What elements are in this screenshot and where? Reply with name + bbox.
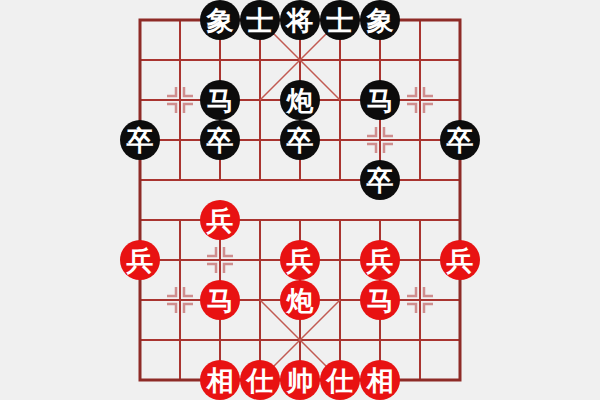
piece-black-soldier[interactable]: 卒 [360,160,400,200]
piece-black-soldier[interactable]: 卒 [200,120,240,160]
piece-red-elephant[interactable]: 相 [360,360,400,400]
app-background: 象士将士象马炮马卒卒卒卒卒兵兵兵兵兵马炮马相仕帅仕相 [0,0,600,400]
piece-red-elephant[interactable]: 相 [200,360,240,400]
piece-red-king[interactable]: 帅 [280,360,320,400]
piece-black-advisor[interactable]: 士 [240,0,280,40]
piece-black-cannon[interactable]: 炮 [280,80,320,120]
xiangqi-board: 象士将士象马炮马卒卒卒卒卒兵兵兵兵兵马炮马相仕帅仕相 [120,0,480,400]
piece-black-advisor[interactable]: 士 [320,0,360,40]
piece-black-elephant[interactable]: 象 [360,0,400,40]
piece-red-soldier[interactable]: 兵 [200,200,240,240]
piece-red-soldier[interactable]: 兵 [280,240,320,280]
piece-red-soldier[interactable]: 兵 [120,240,160,280]
piece-black-soldier[interactable]: 卒 [280,120,320,160]
piece-red-advisor[interactable]: 仕 [240,360,280,400]
piece-black-horse[interactable]: 马 [360,80,400,120]
piece-black-king[interactable]: 将 [280,0,320,40]
piece-black-soldier[interactable]: 卒 [120,120,160,160]
piece-red-soldier[interactable]: 兵 [440,240,480,280]
piece-red-horse[interactable]: 马 [200,280,240,320]
piece-red-cannon[interactable]: 炮 [280,280,320,320]
piece-black-horse[interactable]: 马 [200,80,240,120]
piece-red-horse[interactable]: 马 [360,280,400,320]
piece-black-soldier[interactable]: 卒 [440,120,480,160]
piece-black-elephant[interactable]: 象 [200,0,240,40]
pieces-layer: 象士将士象马炮马卒卒卒卒卒兵兵兵兵兵马炮马相仕帅仕相 [120,0,480,400]
piece-red-soldier[interactable]: 兵 [360,240,400,280]
piece-red-advisor[interactable]: 仕 [320,360,360,400]
